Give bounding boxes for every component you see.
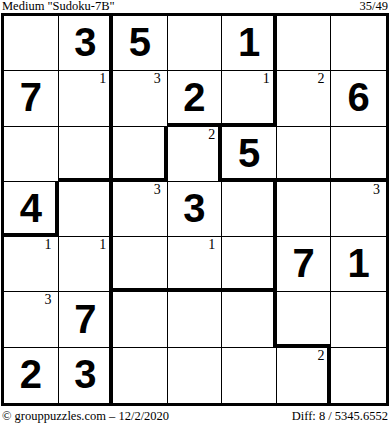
copyright-text: © grouppuzzles.com – 12/2/2020 [2, 409, 169, 424]
pencil-mark: 1 [99, 238, 106, 253]
given-digit: 1 [238, 22, 260, 62]
given-digit: 7 [20, 77, 42, 117]
cell-r4c5[interactable] [222, 182, 277, 237]
given-digit: 5 [238, 133, 260, 173]
given-digit: 3 [74, 354, 96, 394]
cell-r7c6[interactable]: 2 [277, 348, 332, 403]
pencil-mark: 2 [208, 128, 215, 143]
given-digit: 1 [348, 243, 370, 283]
cell-r7c7[interactable] [331, 348, 386, 403]
cell-r4c1[interactable]: 4 [4, 182, 59, 237]
given-digit: 4 [20, 188, 42, 228]
cell-r6c6[interactable] [277, 292, 332, 347]
cell-r5c7[interactable]: 1 [331, 237, 386, 292]
cell-r5c2[interactable]: 1 [59, 237, 114, 292]
pencil-mark: 2 [317, 72, 324, 87]
cell-r2c7[interactable]: 6 [331, 71, 386, 126]
cell-r5c1[interactable]: 1 [4, 237, 59, 292]
cell-r1c5[interactable]: 1 [222, 16, 277, 71]
cell-r5c3[interactable] [113, 237, 168, 292]
pencil-mark: 2 [317, 349, 324, 364]
cell-r7c5[interactable] [222, 348, 277, 403]
cell-r1c4[interactable] [168, 16, 223, 71]
cell-r5c4[interactable]: 1 [168, 237, 223, 292]
cell-r4c2[interactable] [59, 182, 114, 237]
cell-r6c7[interactable] [331, 292, 386, 347]
pencil-mark: 3 [154, 183, 161, 198]
cell-r1c6[interactable] [277, 16, 332, 71]
cell-r5c6[interactable]: 7 [277, 237, 332, 292]
cell-r2c6[interactable]: 2 [277, 71, 332, 126]
cell-r2c5[interactable]: 1 [222, 71, 277, 126]
pencil-mark: 1 [45, 238, 52, 253]
pencil-mark: 1 [263, 72, 270, 87]
cell-r7c1[interactable]: 2 [4, 348, 59, 403]
puzzle-counter: 35/49 [360, 0, 388, 13]
cell-r1c3[interactable]: 5 [113, 16, 168, 71]
puzzle-title: Medium "Sudoku-7B" [2, 0, 115, 13]
given-digit: 3 [183, 188, 205, 228]
cell-r3c2[interactable] [59, 127, 114, 182]
cell-r6c1[interactable]: 3 [4, 292, 59, 347]
cell-r2c4[interactable]: 2 [168, 71, 223, 126]
header-bar: Medium "Sudoku-7B" 35/49 [2, 0, 388, 13]
given-digit: 5 [129, 22, 151, 62]
given-digit: 3 [74, 22, 96, 62]
cell-r2c1[interactable]: 7 [4, 71, 59, 126]
pencil-mark: 3 [373, 183, 380, 198]
difficulty-text: Diff: 8 / 5345.6552 [292, 409, 388, 424]
cell-r4c3[interactable]: 3 [113, 182, 168, 237]
cell-r4c6[interactable] [277, 182, 332, 237]
cell-r2c3[interactable]: 3 [113, 71, 168, 126]
cell-r3c1[interactable] [4, 127, 59, 182]
cell-r6c5[interactable] [222, 292, 277, 347]
given-digit: 7 [74, 299, 96, 339]
pencil-mark: 1 [99, 72, 106, 87]
given-digit: 2 [20, 354, 42, 394]
cell-r7c4[interactable] [168, 348, 223, 403]
cell-r6c4[interactable] [168, 292, 223, 347]
given-digit: 2 [183, 77, 205, 117]
cell-r7c2[interactable]: 3 [59, 348, 114, 403]
cell-r1c1[interactable] [4, 16, 59, 71]
cell-r3c6[interactable] [277, 127, 332, 182]
footer-bar: © grouppuzzles.com – 12/2/2020 Diff: 8 /… [2, 406, 388, 426]
cell-r6c2[interactable]: 7 [59, 292, 114, 347]
cell-r4c4[interactable]: 3 [168, 182, 223, 237]
cell-r7c3[interactable] [113, 348, 168, 403]
cell-r3c5[interactable]: 5 [222, 127, 277, 182]
cell-r3c7[interactable] [331, 127, 386, 182]
cell-r3c3[interactable] [113, 127, 168, 182]
cell-r1c7[interactable] [331, 16, 386, 71]
given-digit: 6 [348, 77, 370, 117]
sudoku-grid: 35171321262543331117137232 [1, 13, 389, 406]
cell-r3c4[interactable]: 2 [168, 127, 223, 182]
cell-r5c5[interactable] [222, 237, 277, 292]
cell-r1c2[interactable]: 3 [59, 16, 114, 71]
pencil-mark: 3 [154, 72, 161, 87]
pencil-mark: 3 [45, 293, 52, 308]
given-digit: 7 [293, 243, 315, 283]
cell-r6c3[interactable] [113, 292, 168, 347]
cell-r2c2[interactable]: 1 [59, 71, 114, 126]
cell-r4c7[interactable]: 3 [331, 182, 386, 237]
pencil-mark: 1 [208, 238, 215, 253]
